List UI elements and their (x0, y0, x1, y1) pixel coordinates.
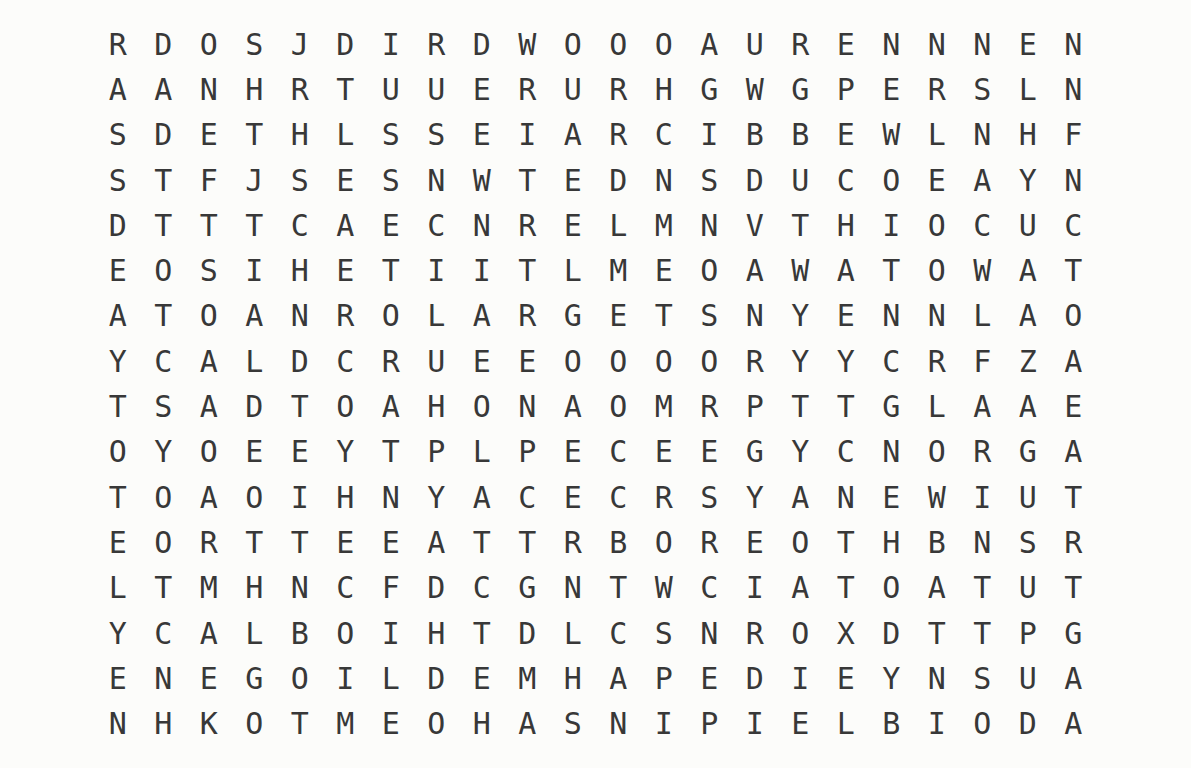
grid-cell-r11c6[interactable]: H (323, 475, 369, 520)
grid-cell-r10c16[interactable]: Y (778, 430, 824, 475)
grid-cell-r14c3[interactable]: A (186, 611, 232, 656)
grid-cell-r2c12[interactable]: R (596, 67, 642, 112)
grid-cell-r10c19[interactable]: O (914, 430, 960, 475)
grid-cell-r13c2[interactable]: T (141, 566, 187, 611)
grid-cell-r10c11[interactable]: E (550, 430, 596, 475)
grid-cell-r8c12[interactable]: O (596, 339, 642, 384)
grid-cell-r9c2[interactable]: S (141, 384, 187, 429)
grid-cell-r9c14[interactable]: R (687, 384, 733, 429)
grid-cell-r13c17[interactable]: T (823, 566, 869, 611)
grid-cell-r14c2[interactable]: C (141, 611, 187, 656)
grid-cell-r14c7[interactable]: I (368, 611, 414, 656)
grid-cell-r8c3[interactable]: A (186, 339, 232, 384)
grid-cell-r2c8[interactable]: U (414, 67, 460, 112)
grid-cell-r10c7[interactable]: T (368, 430, 414, 475)
grid-cell-r12c18[interactable]: H (869, 520, 915, 565)
grid-cell-r5c20[interactable]: C (960, 203, 1006, 248)
grid-cell-r15c10[interactable]: M (505, 656, 551, 701)
grid-cell-r6c5[interactable]: H (277, 248, 323, 293)
grid-cell-r14c10[interactable]: D (505, 611, 551, 656)
grid-cell-r16c22[interactable]: A (1051, 701, 1097, 746)
grid-cell-r6c17[interactable]: A (823, 248, 869, 293)
grid-cell-r1c4[interactable]: S (232, 22, 278, 67)
grid-cell-r14c14[interactable]: N (687, 611, 733, 656)
grid-cell-r1c20[interactable]: N (960, 22, 1006, 67)
grid-cell-r13c18[interactable]: O (869, 566, 915, 611)
grid-cell-r1c11[interactable]: O (550, 22, 596, 67)
grid-cell-r16c9[interactable]: H (459, 701, 505, 746)
grid-cell-r13c22[interactable]: T (1051, 566, 1097, 611)
grid-cell-r7c13[interactable]: T (641, 294, 687, 339)
grid-cell-r1c14[interactable]: A (687, 22, 733, 67)
grid-cell-r6c14[interactable]: O (687, 248, 733, 293)
grid-cell-r12c5[interactable]: T (277, 520, 323, 565)
grid-cell-r3c9[interactable]: E (459, 113, 505, 158)
grid-cell-r3c11[interactable]: A (550, 113, 596, 158)
grid-cell-r14c20[interactable]: T (960, 611, 1006, 656)
grid-cell-r5c7[interactable]: E (368, 203, 414, 248)
grid-cell-r11c13[interactable]: R (641, 475, 687, 520)
grid-cell-r4c13[interactable]: N (641, 158, 687, 203)
grid-cell-r16c1[interactable]: N (95, 701, 141, 746)
grid-cell-r4c2[interactable]: T (141, 158, 187, 203)
grid-cell-r12c3[interactable]: R (186, 520, 232, 565)
grid-cell-r1c8[interactable]: R (414, 22, 460, 67)
grid-cell-r4c12[interactable]: D (596, 158, 642, 203)
grid-cell-r7c2[interactable]: T (141, 294, 187, 339)
grid-cell-r13c15[interactable]: I (732, 566, 778, 611)
grid-cell-r7c12[interactable]: E (596, 294, 642, 339)
grid-cell-r6c11[interactable]: L (550, 248, 596, 293)
grid-cell-r9c3[interactable]: A (186, 384, 232, 429)
grid-cell-r1c18[interactable]: N (869, 22, 915, 67)
grid-cell-r2c17[interactable]: P (823, 67, 869, 112)
grid-cell-r3c6[interactable]: L (323, 113, 369, 158)
grid-cell-r11c15[interactable]: Y (732, 475, 778, 520)
grid-cell-r14c15[interactable]: R (732, 611, 778, 656)
grid-cell-r2c11[interactable]: U (550, 67, 596, 112)
grid-cell-r7c21[interactable]: A (1005, 294, 1051, 339)
grid-cell-r16c13[interactable]: I (641, 701, 687, 746)
grid-cell-r7c22[interactable]: O (1051, 294, 1097, 339)
grid-cell-r1c21[interactable]: E (1005, 22, 1051, 67)
grid-cell-r13c19[interactable]: A (914, 566, 960, 611)
grid-cell-r14c19[interactable]: T (914, 611, 960, 656)
grid-cell-r10c17[interactable]: C (823, 430, 869, 475)
grid-cell-r15c17[interactable]: E (823, 656, 869, 701)
grid-cell-r7c5[interactable]: N (277, 294, 323, 339)
grid-cell-r14c13[interactable]: S (641, 611, 687, 656)
grid-cell-r3c3[interactable]: E (186, 113, 232, 158)
grid-cell-r8c7[interactable]: R (368, 339, 414, 384)
grid-cell-r11c16[interactable]: A (778, 475, 824, 520)
grid-cell-r6c22[interactable]: T (1051, 248, 1097, 293)
grid-cell-r10c18[interactable]: N (869, 430, 915, 475)
grid-cell-r3c21[interactable]: H (1005, 113, 1051, 158)
grid-cell-r15c13[interactable]: P (641, 656, 687, 701)
grid-cell-r6c8[interactable]: I (414, 248, 460, 293)
grid-cell-r4c10[interactable]: T (505, 158, 551, 203)
grid-cell-r11c22[interactable]: T (1051, 475, 1097, 520)
grid-cell-r15c15[interactable]: D (732, 656, 778, 701)
grid-cell-r14c21[interactable]: P (1005, 611, 1051, 656)
grid-cell-r2c2[interactable]: A (141, 67, 187, 112)
grid-cell-r3c17[interactable]: E (823, 113, 869, 158)
grid-cell-r5c14[interactable]: N (687, 203, 733, 248)
grid-cell-r9c13[interactable]: M (641, 384, 687, 429)
grid-cell-r4c8[interactable]: N (414, 158, 460, 203)
grid-cell-r5c3[interactable]: T (186, 203, 232, 248)
grid-cell-r10c10[interactable]: P (505, 430, 551, 475)
grid-cell-r7c19[interactable]: N (914, 294, 960, 339)
grid-cell-r12c8[interactable]: A (414, 520, 460, 565)
grid-cell-r14c17[interactable]: X (823, 611, 869, 656)
grid-cell-r1c16[interactable]: R (778, 22, 824, 67)
grid-cell-r8c14[interactable]: O (687, 339, 733, 384)
grid-cell-r8c19[interactable]: R (914, 339, 960, 384)
grid-cell-r10c5[interactable]: E (277, 430, 323, 475)
grid-cell-r12c17[interactable]: T (823, 520, 869, 565)
grid-cell-r16c15[interactable]: I (732, 701, 778, 746)
grid-cell-r10c20[interactable]: R (960, 430, 1006, 475)
grid-cell-r10c15[interactable]: G (732, 430, 778, 475)
grid-cell-r13c5[interactable]: N (277, 566, 323, 611)
grid-cell-r15c19[interactable]: N (914, 656, 960, 701)
grid-cell-r15c20[interactable]: S (960, 656, 1006, 701)
grid-cell-r9c4[interactable]: D (232, 384, 278, 429)
grid-cell-r15c14[interactable]: E (687, 656, 733, 701)
grid-cell-r4c5[interactable]: S (277, 158, 323, 203)
grid-cell-r4c11[interactable]: E (550, 158, 596, 203)
grid-cell-r14c16[interactable]: O (778, 611, 824, 656)
grid-cell-r1c12[interactable]: O (596, 22, 642, 67)
grid-cell-r5c18[interactable]: I (869, 203, 915, 248)
grid-cell-r8c21[interactable]: Z (1005, 339, 1051, 384)
grid-cell-r7c14[interactable]: S (687, 294, 733, 339)
grid-cell-r13c1[interactable]: L (95, 566, 141, 611)
grid-cell-r10c2[interactable]: Y (141, 430, 187, 475)
grid-cell-r12c21[interactable]: S (1005, 520, 1051, 565)
grid-cell-r4c4[interactable]: J (232, 158, 278, 203)
grid-cell-r2c15[interactable]: W (732, 67, 778, 112)
grid-cell-r15c8[interactable]: D (414, 656, 460, 701)
grid-cell-r11c20[interactable]: I (960, 475, 1006, 520)
grid-cell-r15c9[interactable]: E (459, 656, 505, 701)
grid-cell-r2c22[interactable]: N (1051, 67, 1097, 112)
grid-cell-r12c11[interactable]: R (550, 520, 596, 565)
grid-cell-r7c8[interactable]: L (414, 294, 460, 339)
grid-cell-r16c14[interactable]: P (687, 701, 733, 746)
grid-cell-r8c17[interactable]: Y (823, 339, 869, 384)
grid-cell-r9c19[interactable]: L (914, 384, 960, 429)
grid-cell-r10c22[interactable]: A (1051, 430, 1097, 475)
grid-cell-r4c7[interactable]: S (368, 158, 414, 203)
grid-cell-r2c14[interactable]: G (687, 67, 733, 112)
grid-cell-r5c10[interactable]: R (505, 203, 551, 248)
grid-cell-r11c14[interactable]: S (687, 475, 733, 520)
grid-cell-r2c4[interactable]: H (232, 67, 278, 112)
grid-cell-r5c11[interactable]: E (550, 203, 596, 248)
grid-cell-r5c15[interactable]: V (732, 203, 778, 248)
grid-cell-r8c10[interactable]: E (505, 339, 551, 384)
grid-cell-r8c15[interactable]: R (732, 339, 778, 384)
grid-cell-r2c18[interactable]: E (869, 67, 915, 112)
grid-cell-r16c18[interactable]: B (869, 701, 915, 746)
grid-cell-r16c2[interactable]: H (141, 701, 187, 746)
grid-cell-r3c4[interactable]: T (232, 113, 278, 158)
grid-cell-r13c11[interactable]: N (550, 566, 596, 611)
grid-cell-r9c17[interactable]: T (823, 384, 869, 429)
grid-cell-r4c22[interactable]: N (1051, 158, 1097, 203)
grid-cell-r11c3[interactable]: A (186, 475, 232, 520)
grid-cell-r3c12[interactable]: R (596, 113, 642, 158)
grid-cell-r11c18[interactable]: E (869, 475, 915, 520)
grid-cell-r16c3[interactable]: K (186, 701, 232, 746)
grid-cell-r4c17[interactable]: C (823, 158, 869, 203)
grid-cell-r10c4[interactable]: E (232, 430, 278, 475)
grid-cell-r11c11[interactable]: E (550, 475, 596, 520)
grid-cell-r12c15[interactable]: E (732, 520, 778, 565)
grid-cell-r9c6[interactable]: O (323, 384, 369, 429)
grid-cell-r8c2[interactable]: C (141, 339, 187, 384)
grid-cell-r1c1[interactable]: R (95, 22, 141, 67)
grid-cell-r7c3[interactable]: O (186, 294, 232, 339)
grid-cell-r11c7[interactable]: N (368, 475, 414, 520)
grid-cell-r4c21[interactable]: Y (1005, 158, 1051, 203)
grid-cell-r1c7[interactable]: I (368, 22, 414, 67)
grid-cell-r15c6[interactable]: I (323, 656, 369, 701)
grid-cell-r5c17[interactable]: H (823, 203, 869, 248)
grid-cell-r6c2[interactable]: O (141, 248, 187, 293)
grid-cell-r4c16[interactable]: U (778, 158, 824, 203)
grid-cell-r9c7[interactable]: A (368, 384, 414, 429)
grid-cell-r4c6[interactable]: E (323, 158, 369, 203)
grid-cell-r2c9[interactable]: E (459, 67, 505, 112)
grid-cell-r13c20[interactable]: T (960, 566, 1006, 611)
grid-cell-r1c19[interactable]: N (914, 22, 960, 67)
grid-cell-r9c8[interactable]: H (414, 384, 460, 429)
grid-cell-r8c8[interactable]: U (414, 339, 460, 384)
grid-cell-r14c12[interactable]: C (596, 611, 642, 656)
grid-cell-r5c13[interactable]: M (641, 203, 687, 248)
grid-cell-r7c17[interactable]: E (823, 294, 869, 339)
grid-cell-r10c21[interactable]: G (1005, 430, 1051, 475)
grid-cell-r12c19[interactable]: B (914, 520, 960, 565)
grid-cell-r9c21[interactable]: A (1005, 384, 1051, 429)
grid-cell-r14c8[interactable]: H (414, 611, 460, 656)
grid-cell-r2c7[interactable]: U (368, 67, 414, 112)
grid-cell-r3c10[interactable]: I (505, 113, 551, 158)
grid-cell-r15c2[interactable]: N (141, 656, 187, 701)
grid-cell-r8c1[interactable]: Y (95, 339, 141, 384)
grid-cell-r15c16[interactable]: I (778, 656, 824, 701)
grid-cell-r16c10[interactable]: A (505, 701, 551, 746)
grid-cell-r13c8[interactable]: D (414, 566, 460, 611)
grid-cell-r8c18[interactable]: C (869, 339, 915, 384)
grid-cell-r10c14[interactable]: E (687, 430, 733, 475)
grid-cell-r16c21[interactable]: D (1005, 701, 1051, 746)
grid-cell-r6c7[interactable]: T (368, 248, 414, 293)
grid-cell-r16c17[interactable]: L (823, 701, 869, 746)
grid-cell-r12c1[interactable]: E (95, 520, 141, 565)
grid-cell-r2c3[interactable]: N (186, 67, 232, 112)
grid-cell-r3c14[interactable]: I (687, 113, 733, 158)
grid-cell-r9c5[interactable]: T (277, 384, 323, 429)
grid-cell-r15c18[interactable]: Y (869, 656, 915, 701)
grid-cell-r8c6[interactable]: C (323, 339, 369, 384)
grid-cell-r5c19[interactable]: O (914, 203, 960, 248)
grid-cell-r12c20[interactable]: N (960, 520, 1006, 565)
grid-cell-r6c6[interactable]: E (323, 248, 369, 293)
grid-cell-r6c3[interactable]: S (186, 248, 232, 293)
grid-cell-r13c3[interactable]: M (186, 566, 232, 611)
grid-cell-r8c20[interactable]: F (960, 339, 1006, 384)
grid-cell-r14c4[interactable]: L (232, 611, 278, 656)
grid-cell-r3c16[interactable]: B (778, 113, 824, 158)
grid-cell-r3c5[interactable]: H (277, 113, 323, 158)
grid-cell-r14c6[interactable]: O (323, 611, 369, 656)
grid-cell-r13c12[interactable]: T (596, 566, 642, 611)
grid-cell-r7c11[interactable]: G (550, 294, 596, 339)
grid-cell-r11c17[interactable]: N (823, 475, 869, 520)
grid-cell-r13c4[interactable]: H (232, 566, 278, 611)
grid-cell-r2c20[interactable]: S (960, 67, 1006, 112)
grid-cell-r15c12[interactable]: A (596, 656, 642, 701)
grid-cell-r14c5[interactable]: B (277, 611, 323, 656)
grid-cell-r6c12[interactable]: M (596, 248, 642, 293)
grid-cell-r9c10[interactable]: N (505, 384, 551, 429)
grid-cell-r1c17[interactable]: E (823, 22, 869, 67)
grid-cell-r3c19[interactable]: L (914, 113, 960, 158)
grid-cell-r14c9[interactable]: T (459, 611, 505, 656)
grid-cell-r3c13[interactable]: C (641, 113, 687, 158)
grid-cell-r6c4[interactable]: I (232, 248, 278, 293)
grid-cell-r5c1[interactable]: D (95, 203, 141, 248)
grid-cell-r8c16[interactable]: Y (778, 339, 824, 384)
grid-cell-r5c16[interactable]: T (778, 203, 824, 248)
grid-cell-r5c12[interactable]: L (596, 203, 642, 248)
grid-cell-r13c21[interactable]: U (1005, 566, 1051, 611)
grid-cell-r5c9[interactable]: N (459, 203, 505, 248)
grid-cell-r13c10[interactable]: G (505, 566, 551, 611)
grid-cell-r6c10[interactable]: T (505, 248, 551, 293)
grid-cell-r6c15[interactable]: A (732, 248, 778, 293)
grid-cell-r3c2[interactable]: D (141, 113, 187, 158)
grid-cell-r15c22[interactable]: A (1051, 656, 1097, 701)
grid-cell-r1c9[interactable]: D (459, 22, 505, 67)
grid-cell-r3c8[interactable]: S (414, 113, 460, 158)
grid-cell-r6c18[interactable]: T (869, 248, 915, 293)
grid-cell-r1c5[interactable]: J (277, 22, 323, 67)
grid-cell-r11c1[interactable]: T (95, 475, 141, 520)
grid-cell-r10c3[interactable]: O (186, 430, 232, 475)
grid-cell-r2c19[interactable]: R (914, 67, 960, 112)
grid-cell-r2c16[interactable]: G (778, 67, 824, 112)
grid-cell-r8c9[interactable]: E (459, 339, 505, 384)
grid-cell-r1c10[interactable]: W (505, 22, 551, 67)
grid-cell-r9c15[interactable]: P (732, 384, 778, 429)
grid-cell-r7c15[interactable]: N (732, 294, 778, 339)
grid-cell-r15c21[interactable]: U (1005, 656, 1051, 701)
grid-cell-r10c1[interactable]: O (95, 430, 141, 475)
grid-cell-r13c7[interactable]: F (368, 566, 414, 611)
grid-cell-r8c13[interactable]: O (641, 339, 687, 384)
grid-cell-r3c7[interactable]: S (368, 113, 414, 158)
grid-cell-r2c13[interactable]: H (641, 67, 687, 112)
grid-cell-r7c10[interactable]: R (505, 294, 551, 339)
grid-cell-r16c19[interactable]: I (914, 701, 960, 746)
grid-cell-r5c2[interactable]: T (141, 203, 187, 248)
grid-cell-r15c1[interactable]: E (95, 656, 141, 701)
grid-cell-r14c11[interactable]: L (550, 611, 596, 656)
grid-cell-r3c18[interactable]: W (869, 113, 915, 158)
grid-cell-r16c20[interactable]: O (960, 701, 1006, 746)
grid-cell-r10c9[interactable]: L (459, 430, 505, 475)
grid-cell-r5c8[interactable]: C (414, 203, 460, 248)
grid-cell-r13c14[interactable]: C (687, 566, 733, 611)
grid-cell-r15c5[interactable]: O (277, 656, 323, 701)
grid-cell-r4c19[interactable]: E (914, 158, 960, 203)
grid-cell-r14c22[interactable]: G (1051, 611, 1097, 656)
grid-cell-r4c15[interactable]: D (732, 158, 778, 203)
grid-cell-r2c6[interactable]: T (323, 67, 369, 112)
grid-cell-r9c12[interactable]: O (596, 384, 642, 429)
grid-cell-r6c16[interactable]: W (778, 248, 824, 293)
grid-cell-r3c1[interactable]: S (95, 113, 141, 158)
grid-cell-r12c6[interactable]: E (323, 520, 369, 565)
grid-cell-r14c18[interactable]: D (869, 611, 915, 656)
grid-cell-r11c5[interactable]: I (277, 475, 323, 520)
grid-cell-r16c7[interactable]: E (368, 701, 414, 746)
grid-cell-r10c13[interactable]: E (641, 430, 687, 475)
grid-cell-r4c14[interactable]: S (687, 158, 733, 203)
grid-cell-r10c8[interactable]: P (414, 430, 460, 475)
grid-cell-r12c2[interactable]: O (141, 520, 187, 565)
grid-cell-r12c22[interactable]: R (1051, 520, 1097, 565)
grid-cell-r6c20[interactable]: W (960, 248, 1006, 293)
grid-cell-r12c12[interactable]: B (596, 520, 642, 565)
grid-cell-r5c6[interactable]: A (323, 203, 369, 248)
grid-cell-r10c12[interactable]: C (596, 430, 642, 475)
grid-cell-r12c4[interactable]: T (232, 520, 278, 565)
grid-cell-r15c7[interactable]: L (368, 656, 414, 701)
grid-cell-r4c1[interactable]: S (95, 158, 141, 203)
grid-cell-r1c6[interactable]: D (323, 22, 369, 67)
grid-cell-r12c7[interactable]: E (368, 520, 414, 565)
grid-cell-r8c5[interactable]: D (277, 339, 323, 384)
grid-cell-r3c22[interactable]: F (1051, 113, 1097, 158)
grid-cell-r12c13[interactable]: O (641, 520, 687, 565)
grid-cell-r4c9[interactable]: W (459, 158, 505, 203)
grid-cell-r1c2[interactable]: D (141, 22, 187, 67)
grid-cell-r13c16[interactable]: A (778, 566, 824, 611)
grid-cell-r9c18[interactable]: G (869, 384, 915, 429)
grid-cell-r4c18[interactable]: O (869, 158, 915, 203)
grid-cell-r2c1[interactable]: A (95, 67, 141, 112)
grid-cell-r1c15[interactable]: U (732, 22, 778, 67)
grid-cell-r16c4[interactable]: O (232, 701, 278, 746)
grid-cell-r7c7[interactable]: O (368, 294, 414, 339)
grid-cell-r7c20[interactable]: L (960, 294, 1006, 339)
grid-cell-r15c11[interactable]: H (550, 656, 596, 701)
grid-cell-r2c21[interactable]: L (1005, 67, 1051, 112)
grid-cell-r16c8[interactable]: O (414, 701, 460, 746)
grid-cell-r6c13[interactable]: E (641, 248, 687, 293)
grid-cell-r1c3[interactable]: O (186, 22, 232, 67)
grid-cell-r11c2[interactable]: O (141, 475, 187, 520)
grid-cell-r7c9[interactable]: A (459, 294, 505, 339)
grid-cell-r8c22[interactable]: A (1051, 339, 1097, 384)
